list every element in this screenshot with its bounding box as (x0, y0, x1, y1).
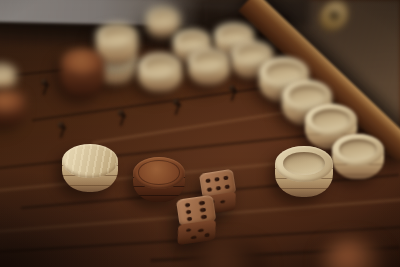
checker-top-face (138, 53, 182, 81)
light-checker[interactable] (0, 64, 16, 90)
die-front-face (178, 219, 216, 245)
light-checker[interactable] (138, 53, 182, 92)
board-pin[interactable] (116, 110, 128, 128)
board-pin[interactable] (56, 122, 68, 140)
out-of-focus-checker (190, 240, 266, 267)
checker-top-face (188, 48, 230, 74)
pin-stem (43, 86, 48, 95)
dark-checker[interactable] (0, 90, 26, 124)
board-pin[interactable] (227, 85, 239, 103)
die-pip (223, 176, 229, 181)
checker-top-face (146, 7, 180, 29)
dark-checker[interactable] (61, 49, 105, 97)
out-of-focus-checker (320, 238, 384, 267)
checker-top-face (62, 144, 118, 178)
checker-top-face (305, 104, 357, 136)
pin-stem (60, 129, 65, 138)
die-pip (199, 228, 205, 232)
die-pip (207, 187, 213, 192)
board-pin[interactable] (39, 79, 51, 97)
light-checker[interactable] (188, 48, 230, 85)
checker-top-face (332, 134, 384, 166)
die-pip (206, 178, 212, 183)
die-pip (216, 186, 222, 191)
pin-stem (120, 117, 125, 126)
checker-top-face (275, 146, 333, 182)
dark-checker[interactable] (133, 157, 185, 202)
die-pip (214, 177, 220, 182)
pieces-layer (0, 0, 400, 267)
light-checker[interactable] (62, 144, 118, 192)
board-pin[interactable] (171, 99, 183, 117)
die-pip (186, 228, 192, 232)
die-pip (224, 184, 230, 189)
checker-top-face (96, 23, 138, 49)
die-pip (184, 203, 190, 208)
die-pip (200, 207, 206, 212)
die-pip (221, 200, 226, 204)
die-pip (205, 233, 211, 237)
die-pip (186, 216, 192, 221)
checker-top-face (133, 157, 185, 189)
pin-stem (175, 106, 180, 115)
light-checker[interactable] (275, 146, 333, 197)
light-checker[interactable] (332, 134, 384, 179)
die-pip (201, 214, 207, 219)
die-pip (191, 235, 197, 239)
pin-stem (231, 92, 236, 101)
checker-top-face (61, 49, 105, 77)
photo-stage (0, 0, 400, 267)
die-pip (185, 209, 191, 214)
die-pip (199, 200, 205, 205)
wooden-die[interactable] (173, 193, 223, 247)
